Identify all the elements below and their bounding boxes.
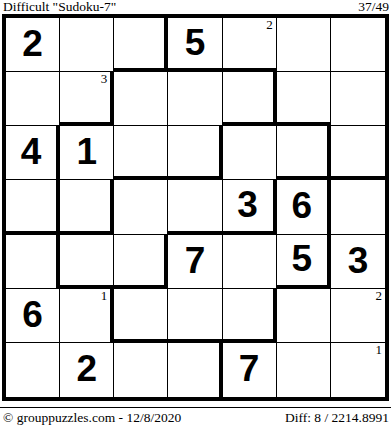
given-digit: 5 xyxy=(291,240,312,277)
cell-r1c3[interactable] xyxy=(114,18,168,72)
given-digit: 6 xyxy=(22,296,43,333)
cell-r4c7[interactable] xyxy=(331,180,385,234)
given-digit: 7 xyxy=(239,350,260,387)
given-digit: 6 xyxy=(291,187,312,224)
cell-r7c4[interactable] xyxy=(168,343,222,397)
cell-r7c7[interactable]: 1 xyxy=(331,343,385,397)
cell-r2c7[interactable] xyxy=(331,72,385,126)
cell-r1c4[interactable]: 5 xyxy=(168,18,222,72)
cell-r6c1[interactable]: 6 xyxy=(6,289,60,343)
pencil-mark: 2 xyxy=(266,18,273,32)
cell-r7c1[interactable] xyxy=(6,343,60,397)
cell-r2c6[interactable] xyxy=(277,72,331,126)
cell-r3c4[interactable] xyxy=(168,126,222,180)
cell-r3c3[interactable] xyxy=(114,126,168,180)
cell-r4c3[interactable] xyxy=(114,180,168,234)
cell-r1c7[interactable] xyxy=(331,18,385,72)
puzzle-title: Difficult "Sudoku-7" xyxy=(3,0,116,14)
cell-r2c5[interactable] xyxy=(223,72,277,126)
cell-r6c2[interactable]: 1 xyxy=(60,289,114,343)
cell-r6c3[interactable] xyxy=(114,289,168,343)
given-digit: 2 xyxy=(76,350,97,387)
pencil-mark: 1 xyxy=(101,289,108,303)
cell-r1c5[interactable]: 2 xyxy=(223,18,277,72)
sudoku-page: Difficult "Sudoku-7" 37/49 2523413675361… xyxy=(0,0,391,426)
cell-r7c3[interactable] xyxy=(114,343,168,397)
cell-r5c5[interactable] xyxy=(223,235,277,289)
given-digit: 4 xyxy=(21,133,42,170)
cell-r5c4[interactable]: 7 xyxy=(168,235,222,289)
given-digit: 3 xyxy=(348,242,369,279)
sudoku-board: 25234136753612271 xyxy=(2,14,389,401)
cell-r5c2[interactable] xyxy=(60,235,114,289)
cell-r6c5[interactable] xyxy=(223,289,277,343)
cell-r6c6[interactable] xyxy=(277,289,331,343)
cell-r4c1[interactable] xyxy=(6,180,60,234)
cell-r7c5[interactable]: 7 xyxy=(223,343,277,397)
cell-r7c2[interactable]: 2 xyxy=(60,343,114,397)
cell-r6c7[interactable]: 2 xyxy=(331,289,385,343)
cell-r5c3[interactable] xyxy=(114,235,168,289)
cell-r3c5[interactable] xyxy=(223,126,277,180)
cell-r1c6[interactable] xyxy=(277,18,331,72)
pencil-mark: 2 xyxy=(375,289,382,303)
cell-r6c4[interactable] xyxy=(168,289,222,343)
cell-r7c6[interactable] xyxy=(277,343,331,397)
cell-r5c6[interactable]: 5 xyxy=(277,235,331,289)
given-digit: 3 xyxy=(237,186,258,223)
given-digit: 5 xyxy=(185,24,206,61)
given-digit: 1 xyxy=(76,133,97,170)
pencil-mark: 3 xyxy=(101,72,108,86)
cell-r1c1[interactable]: 2 xyxy=(6,18,60,72)
cell-r5c1[interactable] xyxy=(6,235,60,289)
progress-counter: 37/49 xyxy=(358,0,389,14)
footer: © grouppuzzles.com - 12/8/2020 Diff: 8 /… xyxy=(0,407,391,425)
cell-r4c2[interactable] xyxy=(60,180,114,234)
cell-r2c2[interactable]: 3 xyxy=(60,72,114,126)
cell-r3c1[interactable]: 4 xyxy=(6,126,60,180)
cell-r2c1[interactable] xyxy=(6,72,60,126)
cell-r2c3[interactable] xyxy=(114,72,168,126)
cell-r5c7[interactable]: 3 xyxy=(331,235,385,289)
given-digit: 7 xyxy=(185,242,206,279)
cell-r1c2[interactable] xyxy=(60,18,114,72)
given-digit: 2 xyxy=(22,25,43,62)
pencil-mark: 1 xyxy=(375,343,382,357)
cell-r4c6[interactable]: 6 xyxy=(277,180,331,234)
cell-r3c2[interactable]: 1 xyxy=(60,126,114,180)
header: Difficult "Sudoku-7" 37/49 xyxy=(0,0,391,14)
cell-r4c5[interactable]: 3 xyxy=(223,180,277,234)
cell-r3c6[interactable] xyxy=(277,126,331,180)
cell-r4c4[interactable] xyxy=(168,180,222,234)
cell-r2c4[interactable] xyxy=(168,72,222,126)
cell-r3c7[interactable] xyxy=(331,126,385,180)
copyright-text: © grouppuzzles.com - 12/8/2020 xyxy=(3,410,181,425)
difficulty-text: Diff: 8 / 2214.8991 xyxy=(285,410,389,425)
